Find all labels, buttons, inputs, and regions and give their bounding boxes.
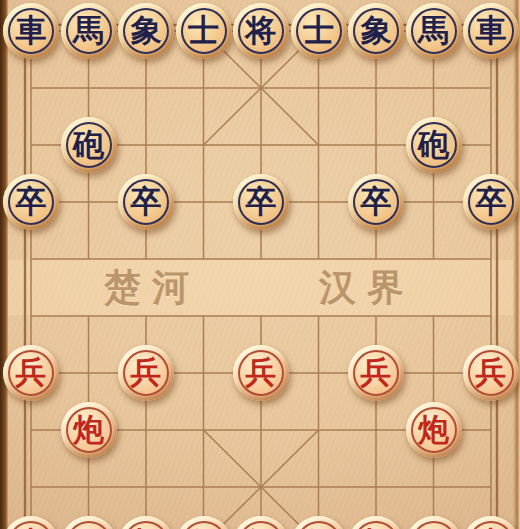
piece-glyph: 兵 [361,357,392,388]
piece-black-soldier[interactable]: 卒 [118,174,174,230]
piece-glyph: 馬 [418,15,449,46]
piece-glyph: 馬 [73,15,104,46]
piece-face: 象 [123,8,169,54]
piece-glyph: 将 [246,15,277,46]
piece-glyph: 卒 [246,186,277,217]
piece-black-cannon[interactable]: 砲 [406,117,462,173]
piece-face: 帥 [238,521,284,529]
piece-face: 卒 [468,179,514,225]
piece-glyph: 士 [303,15,334,46]
piece-red-soldier[interactable]: 兵 [348,345,404,401]
piece-glyph: 象 [131,15,162,46]
piece-glyph: 兵 [131,357,162,388]
piece-black-general[interactable]: 将 [233,3,289,59]
piece-glyph: 砲 [73,129,104,160]
piece-glyph: 兵 [246,357,277,388]
river-label-left: 楚河 [104,263,200,313]
piece-glyph: 砲 [418,129,449,160]
piece-black-elephant[interactable]: 象 [118,3,174,59]
piece-face: 兵 [8,350,54,396]
piece-red-soldier[interactable]: 兵 [118,345,174,401]
piece-black-soldier[interactable]: 卒 [3,174,59,230]
piece-glyph: 車 [476,15,507,46]
piece-face: 車 [8,521,54,529]
piece-face: 馬 [411,521,457,529]
piece-face: 卒 [353,179,399,225]
piece-red-soldier[interactable]: 兵 [233,345,289,401]
piece-glyph: 炮 [418,414,449,445]
piece-face: 士 [181,8,227,54]
piece-face: 兵 [468,350,514,396]
piece-black-soldier[interactable]: 卒 [233,174,289,230]
piece-glyph: 卒 [131,186,162,217]
piece-red-soldier[interactable]: 兵 [463,345,519,401]
piece-black-advisor[interactable]: 士 [176,3,232,59]
piece-glyph: 卒 [361,186,392,217]
piece-face: 仕 [181,521,227,529]
river-label-right: 汉界 [319,263,415,313]
piece-black-chariot[interactable]: 車 [463,3,519,59]
piece-black-soldier[interactable]: 卒 [463,174,519,230]
piece-black-horse[interactable]: 馬 [61,3,117,59]
piece-black-horse[interactable]: 馬 [406,3,462,59]
piece-face: 将 [238,8,284,54]
piece-red-cannon[interactable]: 炮 [61,402,117,458]
piece-face: 砲 [411,122,457,168]
xiangqi-board: 楚河 汉界 車馬象士将士象馬車砲砲卒卒卒卒卒兵兵兵兵兵炮炮車馬相仕帥仕相馬車 [0,0,520,529]
piece-face: 車 [8,8,54,54]
piece-black-soldier[interactable]: 卒 [348,174,404,230]
piece-face: 炮 [66,407,112,453]
piece-glyph: 卒 [476,186,507,217]
piece-black-chariot[interactable]: 車 [3,3,59,59]
board-edge-left [0,0,8,529]
piece-glyph: 兵 [16,357,47,388]
piece-face: 仕 [296,521,342,529]
piece-face: 車 [468,521,514,529]
piece-glyph: 象 [361,15,392,46]
piece-face: 象 [353,8,399,54]
piece-face: 士 [296,8,342,54]
piece-black-advisor[interactable]: 士 [291,3,347,59]
piece-glyph: 兵 [476,357,507,388]
piece-red-soldier[interactable]: 兵 [3,345,59,401]
board-edge-right [513,0,520,529]
piece-black-cannon[interactable]: 砲 [61,117,117,173]
piece-glyph: 卒 [16,186,47,217]
piece-face: 兵 [123,350,169,396]
piece-glyph: 車 [16,15,47,46]
piece-glyph: 士 [188,15,219,46]
piece-face: 卒 [238,179,284,225]
piece-face: 馬 [66,521,112,529]
piece-face: 馬 [411,8,457,54]
piece-black-elephant[interactable]: 象 [348,3,404,59]
piece-face: 車 [468,8,514,54]
piece-face: 炮 [411,407,457,453]
piece-face: 相 [353,521,399,529]
piece-red-cannon[interactable]: 炮 [406,402,462,458]
piece-face: 兵 [238,350,284,396]
piece-face: 卒 [8,179,54,225]
piece-face: 相 [123,521,169,529]
piece-face: 兵 [353,350,399,396]
piece-face: 砲 [66,122,112,168]
piece-glyph: 炮 [73,414,104,445]
piece-face: 馬 [66,8,112,54]
piece-face: 卒 [123,179,169,225]
